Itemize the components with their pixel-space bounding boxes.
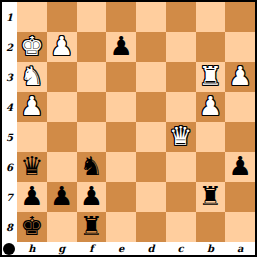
square-d4[interactable] (136, 92, 166, 122)
square-h6[interactable]: ♛ (17, 152, 47, 182)
rank-label-1: 1 (2, 2, 17, 32)
piece-black-rook[interactable]: ♜ (80, 213, 103, 239)
square-e6[interactable] (106, 152, 136, 182)
square-c6[interactable] (166, 152, 196, 182)
square-c3[interactable] (166, 62, 196, 92)
square-f8[interactable]: ♜ (77, 212, 107, 242)
square-c4[interactable] (166, 92, 196, 122)
piece-black-knight[interactable]: ♞ (80, 153, 103, 179)
piece-black-queen[interactable]: ♛ (20, 153, 43, 179)
square-e8[interactable] (106, 212, 136, 242)
file-label-a: a (225, 242, 255, 255)
file-label-d: d (136, 242, 166, 255)
square-b2[interactable] (196, 32, 226, 62)
piece-white-pawn[interactable]: ♟ (20, 93, 43, 119)
move-indicator-corner (2, 242, 17, 255)
square-c7[interactable] (166, 182, 196, 212)
file-label-b: b (196, 242, 226, 255)
file-label-g: g (47, 242, 77, 255)
square-e4[interactable] (106, 92, 136, 122)
square-g4[interactable] (47, 92, 77, 122)
square-c1[interactable] (166, 2, 196, 32)
piece-black-pawn[interactable]: ♟ (20, 183, 43, 209)
square-g2[interactable]: ♟ (47, 32, 77, 62)
piece-white-rook[interactable]: ♜ (199, 63, 222, 89)
square-h5[interactable] (17, 122, 47, 152)
piece-white-pawn[interactable]: ♟ (199, 93, 222, 119)
square-h7[interactable]: ♟ (17, 182, 47, 212)
diagram-layout: 12345678 ♚♟♟♞♜♟♟♟♛♛♞♟♟♟♟♜♚♜ hgfedcba (2, 2, 255, 255)
square-d5[interactable] (136, 122, 166, 152)
file-label-e: e (106, 242, 136, 255)
square-a7[interactable] (225, 182, 255, 212)
square-b6[interactable] (196, 152, 226, 182)
rank-label-5: 5 (2, 122, 17, 152)
square-b3[interactable]: ♜ (196, 62, 226, 92)
file-label-c: c (166, 242, 196, 255)
rank-label-6: 6 (2, 152, 17, 182)
chess-diagram: 12345678 ♚♟♟♞♜♟♟♟♛♛♞♟♟♟♟♜♚♜ hgfedcba (0, 0, 257, 257)
piece-black-pawn[interactable]: ♟ (228, 153, 251, 179)
square-g6[interactable] (47, 152, 77, 182)
piece-white-king[interactable]: ♚ (20, 33, 43, 59)
square-b5[interactable] (196, 122, 226, 152)
square-b7[interactable]: ♜ (196, 182, 226, 212)
square-f6[interactable]: ♞ (77, 152, 107, 182)
piece-black-pawn[interactable]: ♟ (50, 183, 73, 209)
square-f7[interactable]: ♟ (77, 182, 107, 212)
piece-black-pawn[interactable]: ♟ (80, 183, 103, 209)
square-d7[interactable] (136, 182, 166, 212)
rank-label-4: 4 (2, 92, 17, 122)
square-f5[interactable] (77, 122, 107, 152)
square-b1[interactable] (196, 2, 226, 32)
rank-label-2: 2 (2, 32, 17, 62)
square-d6[interactable] (136, 152, 166, 182)
square-a1[interactable] (225, 2, 255, 32)
square-c2[interactable] (166, 32, 196, 62)
square-h3[interactable]: ♞ (17, 62, 47, 92)
square-c8[interactable] (166, 212, 196, 242)
square-e5[interactable] (106, 122, 136, 152)
square-f1[interactable] (77, 2, 107, 32)
file-labels: hgfedcba (17, 242, 255, 255)
rank-label-7: 7 (2, 182, 17, 212)
piece-white-pawn[interactable]: ♟ (228, 63, 251, 89)
square-h8[interactable]: ♚ (17, 212, 47, 242)
square-a2[interactable] (225, 32, 255, 62)
square-e1[interactable] (106, 2, 136, 32)
square-e2[interactable]: ♟ (106, 32, 136, 62)
rank-label-3: 3 (2, 62, 17, 92)
piece-black-king[interactable]: ♚ (20, 213, 43, 239)
piece-black-pawn[interactable]: ♟ (109, 33, 132, 59)
square-a5[interactable] (225, 122, 255, 152)
piece-white-pawn[interactable]: ♟ (50, 33, 73, 59)
file-label-h: h (17, 242, 47, 255)
square-e3[interactable] (106, 62, 136, 92)
square-a4[interactable] (225, 92, 255, 122)
black-to-move-indicator (3, 243, 15, 255)
piece-white-knight[interactable]: ♞ (20, 63, 43, 89)
square-d3[interactable] (136, 62, 166, 92)
square-g5[interactable] (47, 122, 77, 152)
square-g7[interactable]: ♟ (47, 182, 77, 212)
square-g8[interactable] (47, 212, 77, 242)
piece-white-queen[interactable]: ♛ (169, 123, 192, 149)
square-f2[interactable] (77, 32, 107, 62)
rank-labels: 12345678 (2, 2, 17, 242)
square-g1[interactable] (47, 2, 77, 32)
piece-black-rook[interactable]: ♜ (199, 183, 222, 209)
chess-board: ♚♟♟♞♜♟♟♟♛♛♞♟♟♟♟♜♚♜ (17, 2, 255, 242)
square-b4[interactable]: ♟ (196, 92, 226, 122)
square-f3[interactable] (77, 62, 107, 92)
square-h4[interactable]: ♟ (17, 92, 47, 122)
square-h1[interactable] (17, 2, 47, 32)
square-g3[interactable] (47, 62, 77, 92)
square-f4[interactable] (77, 92, 107, 122)
square-a6[interactable]: ♟ (225, 152, 255, 182)
rank-label-8: 8 (2, 212, 17, 242)
square-a8[interactable] (225, 212, 255, 242)
square-c5[interactable]: ♛ (166, 122, 196, 152)
square-d8[interactable] (136, 212, 166, 242)
square-d2[interactable] (136, 32, 166, 62)
file-label-f: f (77, 242, 107, 255)
square-e7[interactable] (106, 182, 136, 212)
square-d1[interactable] (136, 2, 166, 32)
square-b8[interactable] (196, 212, 226, 242)
square-h2[interactable]: ♚ (17, 32, 47, 62)
square-a3[interactable]: ♟ (225, 62, 255, 92)
